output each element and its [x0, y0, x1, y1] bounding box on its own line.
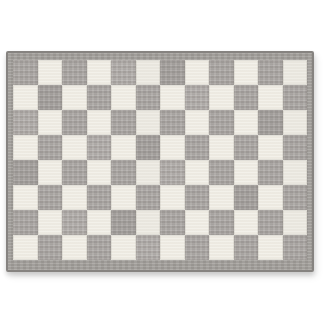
- board-cell: [87, 235, 112, 260]
- board-cell: [160, 235, 185, 260]
- board-cell: [111, 160, 136, 185]
- board-cell: [111, 135, 136, 160]
- board-cell: [136, 235, 161, 260]
- board-cell: [160, 210, 185, 235]
- board-cell: [62, 110, 87, 135]
- board-cell: [185, 110, 210, 135]
- board-cell: [38, 85, 63, 110]
- board-cell: [111, 210, 136, 235]
- board-cell: [209, 110, 234, 135]
- board-cell: [234, 210, 259, 235]
- board-cell: [160, 85, 185, 110]
- board-cell: [62, 185, 87, 210]
- board-cell: [38, 160, 63, 185]
- board-cell: [209, 60, 234, 85]
- board-cell: [111, 235, 136, 260]
- board-cell: [160, 160, 185, 185]
- board-cell: [185, 185, 210, 210]
- board-cell: [209, 135, 234, 160]
- checkerboard-grid: [13, 60, 307, 260]
- board-cell: [136, 160, 161, 185]
- board-cell: [13, 185, 38, 210]
- board-cell: [258, 85, 283, 110]
- board-cell: [13, 60, 38, 85]
- board-cell: [87, 60, 112, 85]
- board-cell: [160, 110, 185, 135]
- board-cell: [38, 60, 63, 85]
- board-cell: [209, 210, 234, 235]
- board-cell: [185, 210, 210, 235]
- board-cell: [258, 60, 283, 85]
- board-cell: [38, 210, 63, 235]
- board-cell: [136, 110, 161, 135]
- board-cell: [160, 135, 185, 160]
- board-cell: [234, 110, 259, 135]
- board-cell: [160, 60, 185, 85]
- board-cell: [62, 210, 87, 235]
- board-cell: [234, 160, 259, 185]
- board-cell: [38, 185, 63, 210]
- board-cell: [185, 235, 210, 260]
- board-cell: [62, 85, 87, 110]
- board-cell: [209, 85, 234, 110]
- board-cell: [62, 235, 87, 260]
- board-cell: [258, 160, 283, 185]
- board-cell: [258, 210, 283, 235]
- board-cell: [185, 160, 210, 185]
- board-cell: [111, 85, 136, 110]
- board-cell: [111, 185, 136, 210]
- board-cell: [87, 210, 112, 235]
- board-cell: [209, 235, 234, 260]
- board-cell: [283, 135, 308, 160]
- board-cell: [13, 210, 38, 235]
- product-photo: [0, 0, 325, 325]
- board-cell: [234, 60, 259, 85]
- board-cell: [13, 85, 38, 110]
- board-cell: [234, 135, 259, 160]
- board-cell: [283, 185, 308, 210]
- board-cell: [136, 210, 161, 235]
- board-cell: [234, 235, 259, 260]
- board-cell: [258, 135, 283, 160]
- board-cell: [38, 235, 63, 260]
- board-cell: [87, 85, 112, 110]
- board-cell: [258, 185, 283, 210]
- board-cell: [62, 160, 87, 185]
- board-cell: [111, 110, 136, 135]
- board-cell: [136, 185, 161, 210]
- board-cell: [185, 85, 210, 110]
- board-cell: [13, 135, 38, 160]
- board-cell: [185, 60, 210, 85]
- board-cell: [13, 160, 38, 185]
- board-cell: [185, 135, 210, 160]
- board-cell: [160, 185, 185, 210]
- board-cell: [258, 235, 283, 260]
- board-cell: [111, 60, 136, 85]
- board-cell: [62, 60, 87, 85]
- board-cell: [38, 135, 63, 160]
- board-cell: [62, 135, 87, 160]
- board-cell: [234, 85, 259, 110]
- board-cell: [283, 235, 308, 260]
- board-cell: [258, 110, 283, 135]
- board-cell: [136, 85, 161, 110]
- board-cell: [13, 235, 38, 260]
- board-cell: [209, 185, 234, 210]
- board-cell: [283, 60, 308, 85]
- board-cell: [283, 160, 308, 185]
- board-cell: [283, 85, 308, 110]
- board-cell: [87, 160, 112, 185]
- board-cell: [283, 110, 308, 135]
- board-cell: [283, 210, 308, 235]
- board-cell: [13, 110, 38, 135]
- board-cell: [87, 135, 112, 160]
- board-cell: [136, 135, 161, 160]
- board-cell: [87, 185, 112, 210]
- checkerboard-rug: [6, 51, 314, 272]
- board-cell: [234, 185, 259, 210]
- board-cell: [209, 160, 234, 185]
- board-cell: [38, 110, 63, 135]
- board-cell: [87, 110, 112, 135]
- board-cell: [136, 60, 161, 85]
